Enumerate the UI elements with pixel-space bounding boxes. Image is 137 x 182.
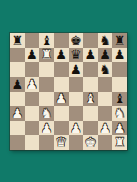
square-d8[interactable] [54, 33, 69, 48]
white-pawn[interactable]: ♟ [26, 77, 38, 90]
black-pawn[interactable]: ♟ [70, 63, 82, 76]
square-g1[interactable] [98, 135, 113, 150]
square-e5[interactable] [69, 77, 84, 92]
square-a5[interactable]: ♟ [10, 77, 25, 92]
black-knight[interactable]: ♞ [99, 63, 111, 76]
square-f1[interactable]: ♚ [83, 135, 98, 150]
white-king[interactable]: ♚ [85, 136, 97, 149]
white-bishop[interactable]: ♝ [85, 92, 97, 105]
square-f3[interactable] [83, 106, 98, 121]
black-pawn[interactable]: ♟ [99, 48, 111, 61]
chess-board[interactable]: ♜♝♚♞♜♟♜♟♛♟♟♟♟♞♟♟♟♝♝♟♞♞♟♟♟♟♛♚♜ [10, 33, 127, 150]
black-king[interactable]: ♚ [70, 33, 82, 46]
square-d5[interactable] [54, 77, 69, 92]
square-g4[interactable] [98, 92, 113, 107]
square-e6[interactable]: ♟ [69, 62, 84, 77]
square-e2[interactable]: ♟ [69, 121, 84, 136]
square-c3[interactable]: ♞ [39, 106, 54, 121]
square-f4[interactable]: ♝ [83, 92, 98, 107]
square-b5[interactable]: ♟ [25, 77, 40, 92]
square-c1[interactable] [39, 135, 54, 150]
square-a3[interactable]: ♟ [10, 106, 25, 121]
square-e7[interactable]: ♛ [69, 48, 84, 63]
square-a2[interactable] [10, 121, 25, 136]
square-g7[interactable]: ♟ [98, 48, 113, 63]
white-knight[interactable]: ♞ [41, 106, 53, 119]
square-h6[interactable] [112, 62, 127, 77]
square-a4[interactable] [10, 92, 25, 107]
square-d7[interactable]: ♟ [54, 48, 69, 63]
square-b3[interactable] [25, 106, 40, 121]
square-g8[interactable]: ♞ [98, 33, 113, 48]
white-rook[interactable]: ♜ [41, 48, 53, 61]
white-pawn[interactable]: ♟ [99, 121, 111, 134]
square-f8[interactable] [83, 33, 98, 48]
square-d1[interactable]: ♛ [54, 135, 69, 150]
square-a6[interactable] [10, 62, 25, 77]
app-background: ♜♝♚♞♜♟♜♟♛♟♟♟♟♞♟♟♟♝♝♟♞♞♟♟♟♟♛♚♜ [0, 0, 137, 182]
square-f7[interactable]: ♟ [83, 48, 98, 63]
square-e1[interactable] [69, 135, 84, 150]
square-b6[interactable] [25, 62, 40, 77]
square-b8[interactable] [25, 33, 40, 48]
square-h2[interactable]: ♟ [112, 121, 127, 136]
square-b1[interactable] [25, 135, 40, 150]
white-pawn[interactable]: ♟ [11, 106, 23, 119]
white-pawn[interactable]: ♟ [41, 121, 53, 134]
white-pawn[interactable]: ♟ [55, 92, 67, 105]
square-a1[interactable] [10, 135, 25, 150]
square-g3[interactable] [98, 106, 113, 121]
square-g5[interactable] [98, 77, 113, 92]
black-pawn[interactable]: ♟ [11, 77, 23, 90]
black-pawn[interactable]: ♟ [85, 48, 97, 61]
square-h8[interactable]: ♜ [112, 33, 127, 48]
square-c8[interactable]: ♝ [39, 33, 54, 48]
square-g6[interactable]: ♞ [98, 62, 113, 77]
square-c5[interactable] [39, 77, 54, 92]
white-knight[interactable]: ♞ [114, 106, 126, 119]
square-c7[interactable]: ♜ [39, 48, 54, 63]
black-pawn[interactable]: ♟ [114, 48, 126, 61]
square-a7[interactable] [10, 48, 25, 63]
square-c4[interactable] [39, 92, 54, 107]
square-h4[interactable]: ♝ [112, 92, 127, 107]
black-bishop[interactable]: ♝ [114, 92, 126, 105]
square-b2[interactable] [25, 121, 40, 136]
square-d6[interactable] [54, 62, 69, 77]
square-c2[interactable]: ♟ [39, 121, 54, 136]
square-h5[interactable] [112, 77, 127, 92]
square-h7[interactable]: ♟ [112, 48, 127, 63]
white-queen[interactable]: ♛ [55, 136, 67, 149]
square-c6[interactable] [39, 62, 54, 77]
square-e4[interactable] [69, 92, 84, 107]
square-d4[interactable]: ♟ [54, 92, 69, 107]
square-b7[interactable]: ♟ [25, 48, 40, 63]
square-b4[interactable] [25, 92, 40, 107]
square-g2[interactable]: ♟ [98, 121, 113, 136]
square-f5[interactable] [83, 77, 98, 92]
square-a8[interactable]: ♜ [10, 33, 25, 48]
square-h1[interactable]: ♜ [112, 135, 127, 150]
white-pawn[interactable]: ♟ [70, 121, 82, 134]
square-f2[interactable] [83, 121, 98, 136]
square-f6[interactable] [83, 62, 98, 77]
black-bishop[interactable]: ♝ [41, 33, 53, 46]
square-d3[interactable] [54, 106, 69, 121]
black-knight[interactable]: ♞ [99, 33, 111, 46]
square-e3[interactable] [69, 106, 84, 121]
black-pawn[interactable]: ♟ [55, 48, 67, 61]
square-h3[interactable]: ♞ [112, 106, 127, 121]
black-pawn[interactable]: ♟ [26, 48, 38, 61]
square-e8[interactable]: ♚ [69, 33, 84, 48]
white-rook[interactable]: ♜ [114, 136, 126, 149]
black-queen[interactable]: ♛ [70, 48, 82, 61]
black-rook[interactable]: ♜ [114, 33, 126, 46]
square-d2[interactable] [54, 121, 69, 136]
white-pawn[interactable]: ♟ [114, 121, 126, 134]
black-rook[interactable]: ♜ [11, 33, 23, 46]
